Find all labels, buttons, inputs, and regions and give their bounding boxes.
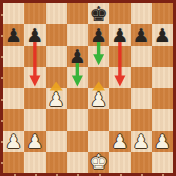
square-c6[interactable] bbox=[46, 46, 67, 67]
square-e6[interactable] bbox=[88, 46, 109, 67]
piece-black-pawn-h7[interactable]: ♟ bbox=[152, 24, 173, 45]
square-d1[interactable] bbox=[67, 152, 88, 173]
coord-file-g bbox=[141, 174, 143, 176]
square-b4[interactable] bbox=[24, 88, 45, 109]
square-h4[interactable] bbox=[152, 88, 173, 109]
square-f3[interactable] bbox=[109, 109, 130, 130]
square-c1[interactable] bbox=[46, 152, 67, 173]
square-c5[interactable] bbox=[46, 67, 67, 88]
square-e5[interactable] bbox=[88, 67, 109, 88]
square-e2[interactable] bbox=[88, 131, 109, 152]
square-g3[interactable] bbox=[131, 109, 152, 130]
coord-rank-3 bbox=[1, 120, 3, 122]
square-h6[interactable] bbox=[152, 46, 173, 67]
square-a3[interactable] bbox=[3, 109, 24, 130]
square-f5[interactable] bbox=[109, 67, 130, 88]
square-c7[interactable] bbox=[46, 24, 67, 45]
piece-black-pawn-d6[interactable]: ♟ bbox=[67, 46, 88, 67]
piece-black-pawn-a7[interactable]: ♟ bbox=[3, 24, 24, 45]
piece-white-pawn-h2[interactable]: ♟ bbox=[152, 131, 173, 152]
square-d7[interactable] bbox=[67, 24, 88, 45]
piece-black-pawn-b7[interactable]: ♟ bbox=[24, 24, 45, 45]
square-a6[interactable] bbox=[3, 46, 24, 67]
piece-black-pawn-e7[interactable]: ♟ bbox=[88, 24, 109, 45]
piece-white-pawn-g2[interactable]: ♟ bbox=[131, 131, 152, 152]
coord-file-f bbox=[120, 174, 122, 176]
piece-white-pawn-c4[interactable]: ♟ bbox=[46, 88, 67, 109]
square-a4[interactable] bbox=[3, 88, 24, 109]
piece-white-king-e1[interactable]: ♚ bbox=[88, 152, 109, 173]
square-c3[interactable] bbox=[46, 109, 67, 130]
square-a8[interactable] bbox=[3, 3, 24, 24]
piece-white-pawn-e4[interactable]: ♟ bbox=[88, 88, 109, 109]
square-a5[interactable] bbox=[3, 67, 24, 88]
square-g5[interactable] bbox=[131, 67, 152, 88]
coord-file-b bbox=[35, 174, 37, 176]
coord-rank-6 bbox=[1, 56, 3, 58]
square-d5[interactable] bbox=[67, 67, 88, 88]
coord-rank-4 bbox=[1, 99, 3, 101]
piece-black-pawn-f7[interactable]: ♟ bbox=[109, 24, 130, 45]
square-e3[interactable] bbox=[88, 109, 109, 130]
piece-white-pawn-b2[interactable]: ♟ bbox=[24, 131, 45, 152]
square-f1[interactable] bbox=[109, 152, 130, 173]
coord-rank-1 bbox=[1, 162, 3, 164]
square-c8[interactable] bbox=[46, 3, 67, 24]
square-d8[interactable] bbox=[67, 3, 88, 24]
square-d2[interactable] bbox=[67, 131, 88, 152]
square-g6[interactable] bbox=[131, 46, 152, 67]
square-b6[interactable] bbox=[24, 46, 45, 67]
chess-board-screenshot: ♚♟♟♟♟♟♟♟♟♟♟♟♟♟♟♚ bbox=[0, 0, 176, 176]
board-frame: ♚♟♟♟♟♟♟♟♟♟♟♟♟♟♟♚ bbox=[0, 0, 176, 176]
coord-rank-7 bbox=[1, 35, 3, 37]
square-b8[interactable] bbox=[24, 3, 45, 24]
piece-black-king-e8[interactable]: ♚ bbox=[88, 3, 109, 24]
square-d3[interactable] bbox=[67, 109, 88, 130]
square-h8[interactable] bbox=[152, 3, 173, 24]
square-b1[interactable] bbox=[24, 152, 45, 173]
square-a1[interactable] bbox=[3, 152, 24, 173]
piece-black-pawn-g7[interactable]: ♟ bbox=[131, 24, 152, 45]
square-b5[interactable] bbox=[24, 67, 45, 88]
coord-rank-2 bbox=[1, 141, 3, 143]
piece-white-pawn-a2[interactable]: ♟ bbox=[3, 131, 24, 152]
coord-file-c bbox=[56, 174, 58, 176]
square-f6[interactable] bbox=[109, 46, 130, 67]
coord-rank-8 bbox=[1, 14, 3, 16]
square-g4[interactable] bbox=[131, 88, 152, 109]
square-c2[interactable] bbox=[46, 131, 67, 152]
square-h1[interactable] bbox=[152, 152, 173, 173]
square-f8[interactable] bbox=[109, 3, 130, 24]
coord-file-d bbox=[77, 174, 79, 176]
square-h5[interactable] bbox=[152, 67, 173, 88]
square-g1[interactable] bbox=[131, 152, 152, 173]
square-d4[interactable] bbox=[67, 88, 88, 109]
coord-rank-5 bbox=[1, 77, 3, 79]
coord-file-e bbox=[99, 174, 101, 176]
coord-file-h bbox=[162, 174, 164, 176]
piece-white-pawn-f2[interactable]: ♟ bbox=[109, 131, 130, 152]
square-b3[interactable] bbox=[24, 109, 45, 130]
square-h3[interactable] bbox=[152, 109, 173, 130]
coord-file-a bbox=[14, 174, 16, 176]
square-f4[interactable] bbox=[109, 88, 130, 109]
square-g8[interactable] bbox=[131, 3, 152, 24]
